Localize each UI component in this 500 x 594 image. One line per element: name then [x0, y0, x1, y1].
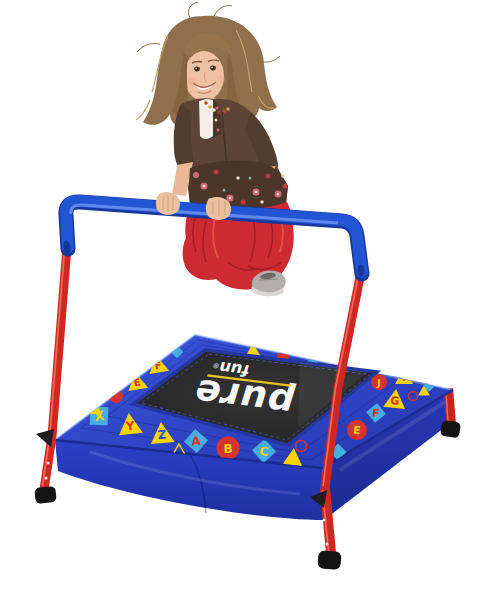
blush [217, 75, 225, 83]
tile-letter: Z [157, 428, 167, 443]
eye-glint [196, 68, 197, 69]
tile-circle-decor [109, 389, 123, 403]
logo-word-fun: fun [216, 358, 251, 380]
tile-letter: J [376, 378, 380, 388]
rivet [326, 543, 329, 546]
tile-letter: Y [124, 419, 135, 434]
right-hand [206, 197, 231, 220]
left-eye [194, 67, 200, 72]
tile-letter: G [390, 394, 400, 408]
product-photo: X Y Z A B C [0, 0, 500, 594]
tank-top [199, 99, 215, 139]
foot-cap-front [317, 550, 341, 570]
foot-cap-left [34, 486, 57, 504]
girl [136, 2, 294, 296]
trampoline: X Y Z A B C [55, 335, 461, 520]
flower-dot [217, 129, 220, 132]
pad-letter-x: X [87, 404, 111, 428]
rivet [323, 519, 326, 522]
tile-letter: C [259, 444, 269, 458]
eye-glint [212, 67, 213, 68]
tile-letter: B [223, 442, 232, 456]
flower-dot [215, 119, 218, 122]
right-eye [210, 66, 216, 71]
rivet [45, 477, 48, 480]
foot-cap-rear-right [440, 420, 461, 438]
tile-letter: F [372, 407, 381, 421]
tile-letter: E [353, 424, 362, 438]
tile-letter: A [191, 434, 202, 449]
flower-dot [216, 107, 219, 110]
pad-letter-i: I [395, 368, 413, 384]
rivet [47, 462, 50, 465]
scene: X Y Z A B C [0, 0, 500, 594]
left-hand [156, 192, 180, 215]
clamp-knob-left [36, 429, 54, 447]
pad-letter-b: B [217, 437, 240, 460]
blush [188, 77, 196, 85]
